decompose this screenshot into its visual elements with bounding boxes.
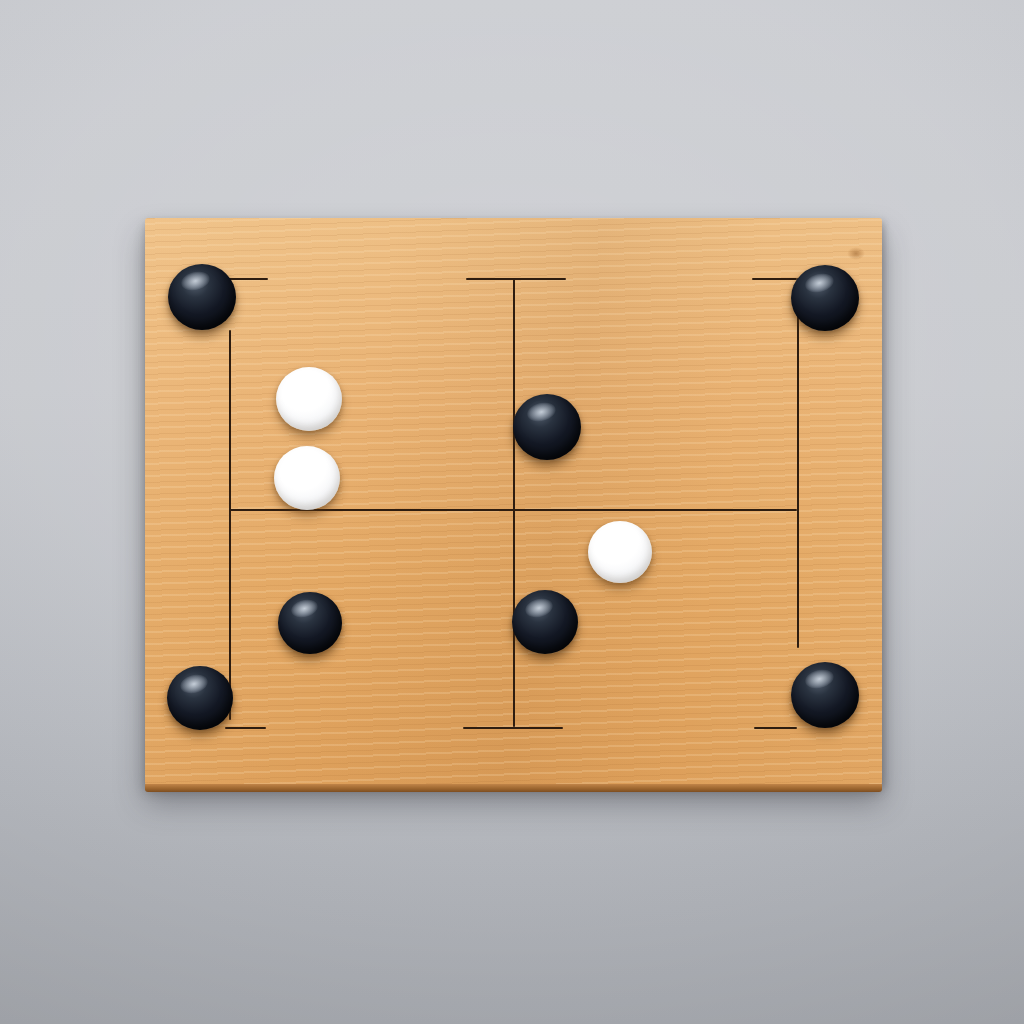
- black-stone[interactable]: [513, 394, 581, 460]
- left-edge-vertical: [229, 330, 231, 720]
- top-edge-left-segment: [227, 278, 268, 280]
- black-stone[interactable]: [512, 590, 578, 654]
- white-stone[interactable]: [274, 446, 340, 510]
- game-board[interactable]: [145, 218, 882, 785]
- board-side-edge: [145, 784, 882, 792]
- white-stone[interactable]: [588, 521, 652, 583]
- top-edge-right-segment: [752, 278, 797, 280]
- top-edge-center-segment: [466, 278, 565, 280]
- white-stone[interactable]: [276, 367, 342, 431]
- black-stone[interactable]: [168, 264, 236, 330]
- right-edge-vertical: [797, 278, 799, 648]
- photo-backdrop: [0, 0, 1024, 1024]
- bottom-edge-right-segment: [754, 727, 797, 729]
- black-stone[interactable]: [791, 662, 859, 728]
- bottom-edge-left-segment: [225, 727, 266, 729]
- black-stone[interactable]: [791, 265, 859, 331]
- black-stone[interactable]: [278, 592, 342, 654]
- black-stone[interactable]: [167, 666, 233, 730]
- wood-knot: [847, 247, 865, 260]
- bottom-edge-center-segment: [463, 727, 562, 729]
- center-vertical: [513, 278, 515, 727]
